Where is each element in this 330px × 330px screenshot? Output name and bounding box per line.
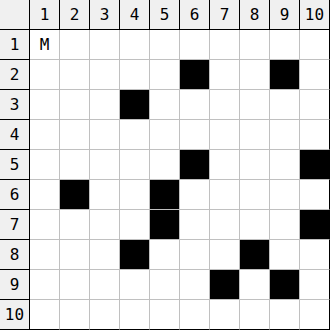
empty-cell-r10c8[interactable] <box>240 300 270 330</box>
empty-cell-r8c6[interactable] <box>180 240 210 270</box>
empty-cell-r8c5[interactable] <box>150 240 180 270</box>
empty-cell-r3c9[interactable] <box>270 90 300 120</box>
empty-cell-r3c7[interactable] <box>210 90 240 120</box>
empty-cell-r3c5[interactable] <box>150 90 180 120</box>
col-header-2: 2 <box>60 0 90 30</box>
col-header-10: 10 <box>300 0 330 30</box>
empty-cell-r5c4[interactable] <box>120 150 150 180</box>
col-header-8: 8 <box>240 0 270 30</box>
block-cell-r8c8[interactable] <box>240 240 270 270</box>
empty-cell-r1c7[interactable] <box>210 30 240 60</box>
block-cell-r2c9[interactable] <box>270 60 300 90</box>
empty-cell-r4c1[interactable] <box>30 120 60 150</box>
empty-cell-r3c10[interactable] <box>300 90 330 120</box>
empty-cell-r2c2[interactable] <box>60 60 90 90</box>
empty-cell-r4c5[interactable] <box>150 120 180 150</box>
empty-cell-r2c3[interactable] <box>90 60 120 90</box>
col-header-6: 6 <box>180 0 210 30</box>
empty-cell-r6c7[interactable] <box>210 180 240 210</box>
empty-cell-r1c6[interactable] <box>180 30 210 60</box>
empty-cell-r4c7[interactable] <box>210 120 240 150</box>
empty-cell-r10c2[interactable] <box>60 300 90 330</box>
row-header-9: 9 <box>0 270 30 300</box>
block-cell-r6c5[interactable] <box>150 180 180 210</box>
col-header-5: 5 <box>150 0 180 30</box>
empty-cell-r1c10[interactable] <box>300 30 330 60</box>
empty-cell-r6c6[interactable] <box>180 180 210 210</box>
empty-cell-r6c8[interactable] <box>240 180 270 210</box>
row-header-1: 1 <box>0 30 30 60</box>
empty-cell-r6c10[interactable] <box>300 180 330 210</box>
empty-cell-r9c6[interactable] <box>180 270 210 300</box>
empty-cell-r10c1[interactable] <box>30 300 60 330</box>
empty-cell-r7c8[interactable] <box>240 210 270 240</box>
empty-cell-r7c6[interactable] <box>180 210 210 240</box>
empty-cell-r7c4[interactable] <box>120 210 150 240</box>
empty-cell-r7c1[interactable] <box>30 210 60 240</box>
empty-cell-r9c3[interactable] <box>90 270 120 300</box>
empty-cell-r3c3[interactable] <box>90 90 120 120</box>
col-header-9: 9 <box>270 0 300 30</box>
block-cell-r5c6[interactable] <box>180 150 210 180</box>
block-cell-r5c10[interactable] <box>300 150 330 180</box>
empty-cell-r7c9[interactable] <box>270 210 300 240</box>
col-header-1: 1 <box>30 0 60 30</box>
empty-cell-r6c9[interactable] <box>270 180 300 210</box>
empty-cell-r4c2[interactable] <box>60 120 90 150</box>
empty-cell-r4c6[interactable] <box>180 120 210 150</box>
empty-cell-r10c9[interactable] <box>270 300 300 330</box>
row-header-5: 5 <box>0 150 30 180</box>
empty-cell-r4c9[interactable] <box>270 120 300 150</box>
empty-cell-r1c2[interactable] <box>60 30 90 60</box>
empty-cell-r10c5[interactable] <box>150 300 180 330</box>
empty-cell-r8c3[interactable] <box>90 240 120 270</box>
empty-cell-r3c6[interactable] <box>180 90 210 120</box>
empty-cell-r8c10[interactable] <box>300 240 330 270</box>
empty-cell-r1c8[interactable] <box>240 30 270 60</box>
row-header-7: 7 <box>0 210 30 240</box>
col-header-7: 7 <box>210 0 240 30</box>
block-cell-r7c10[interactable] <box>300 210 330 240</box>
empty-cell-r5c9[interactable] <box>270 150 300 180</box>
empty-cell-r3c2[interactable] <box>60 90 90 120</box>
block-cell-r9c9[interactable] <box>270 270 300 300</box>
empty-cell-r1c4[interactable] <box>120 30 150 60</box>
empty-cell-r4c8[interactable] <box>240 120 270 150</box>
empty-cell-r10c6[interactable] <box>180 300 210 330</box>
letter-cell-r1c1[interactable]: M <box>30 30 60 60</box>
empty-cell-r4c10[interactable] <box>300 120 330 150</box>
empty-cell-r9c10[interactable] <box>300 270 330 300</box>
empty-cell-r5c8[interactable] <box>240 150 270 180</box>
empty-cell-r6c3[interactable] <box>90 180 120 210</box>
empty-cell-r5c1[interactable] <box>30 150 60 180</box>
empty-cell-r9c4[interactable] <box>120 270 150 300</box>
empty-cell-r1c3[interactable] <box>90 30 120 60</box>
row-header-4: 4 <box>0 120 30 150</box>
empty-cell-r9c5[interactable] <box>150 270 180 300</box>
empty-cell-r8c1[interactable] <box>30 240 60 270</box>
empty-cell-r9c1[interactable] <box>30 270 60 300</box>
empty-cell-r6c1[interactable] <box>30 180 60 210</box>
empty-cell-r2c1[interactable] <box>30 60 60 90</box>
empty-cell-r10c10[interactable] <box>300 300 330 330</box>
empty-cell-r8c9[interactable] <box>270 240 300 270</box>
empty-cell-r2c10[interactable] <box>300 60 330 90</box>
empty-cell-r3c8[interactable] <box>240 90 270 120</box>
empty-cell-r10c4[interactable] <box>120 300 150 330</box>
empty-cell-r3c1[interactable] <box>30 90 60 120</box>
empty-cell-r5c2[interactable] <box>60 150 90 180</box>
block-cell-r7c5[interactable] <box>150 210 180 240</box>
corner-cell <box>0 0 30 30</box>
row-header-6: 6 <box>0 180 30 210</box>
empty-cell-r1c9[interactable] <box>270 30 300 60</box>
row-header-3: 3 <box>0 90 30 120</box>
empty-cell-r7c7[interactable] <box>210 210 240 240</box>
empty-cell-r8c7[interactable] <box>210 240 240 270</box>
puzzle-grid: 123456789101M2345678910 <box>0 0 330 330</box>
col-header-4: 4 <box>120 0 150 30</box>
empty-cell-r10c3[interactable] <box>90 300 120 330</box>
empty-cell-r4c4[interactable] <box>120 120 150 150</box>
empty-cell-r2c7[interactable] <box>210 60 240 90</box>
empty-cell-r7c3[interactable] <box>90 210 120 240</box>
col-header-3: 3 <box>90 0 120 30</box>
empty-cell-r6c4[interactable] <box>120 180 150 210</box>
empty-cell-r1c5[interactable] <box>150 30 180 60</box>
row-header-10: 10 <box>0 300 30 330</box>
block-cell-r9c7[interactable] <box>210 270 240 300</box>
empty-cell-r2c4[interactable] <box>120 60 150 90</box>
empty-cell-r7c2[interactable] <box>60 210 90 240</box>
empty-cell-r5c3[interactable] <box>90 150 120 180</box>
empty-cell-r2c5[interactable] <box>150 60 180 90</box>
block-cell-r3c4[interactable] <box>120 90 150 120</box>
block-cell-r2c6[interactable] <box>180 60 210 90</box>
block-cell-r8c4[interactable] <box>120 240 150 270</box>
empty-cell-r5c5[interactable] <box>150 150 180 180</box>
row-header-2: 2 <box>0 60 30 90</box>
empty-cell-r10c7[interactable] <box>210 300 240 330</box>
empty-cell-r9c8[interactable] <box>240 270 270 300</box>
row-header-8: 8 <box>0 240 30 270</box>
empty-cell-r2c8[interactable] <box>240 60 270 90</box>
empty-cell-r9c2[interactable] <box>60 270 90 300</box>
block-cell-r6c2[interactable] <box>60 180 90 210</box>
empty-cell-r8c2[interactable] <box>60 240 90 270</box>
empty-cell-r4c3[interactable] <box>90 120 120 150</box>
empty-cell-r5c7[interactable] <box>210 150 240 180</box>
